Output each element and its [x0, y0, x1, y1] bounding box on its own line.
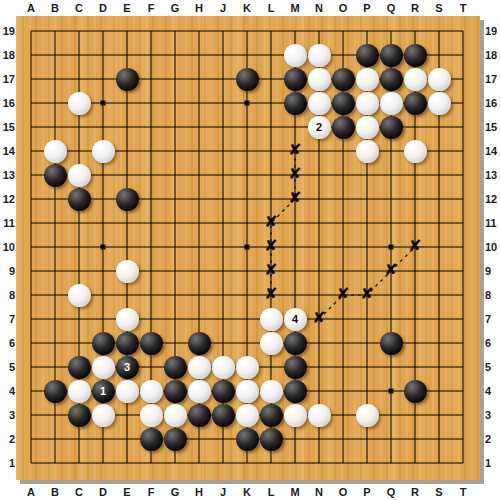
- point-L10[interactable]: ✘: [259, 235, 283, 259]
- point-C10[interactable]: [67, 235, 91, 259]
- point-E8[interactable]: [115, 283, 139, 307]
- point-O16[interactable]: [331, 91, 355, 115]
- point-H7[interactable]: [187, 307, 211, 331]
- point-O3[interactable]: [331, 403, 355, 427]
- point-R5[interactable]: [403, 355, 427, 379]
- point-M15[interactable]: [283, 115, 307, 139]
- point-S17[interactable]: [427, 67, 451, 91]
- point-F12[interactable]: [139, 187, 163, 211]
- point-S15[interactable]: [427, 115, 451, 139]
- point-D5[interactable]: [91, 355, 115, 379]
- point-P5[interactable]: [355, 355, 379, 379]
- point-H3[interactable]: [187, 403, 211, 427]
- point-A11[interactable]: [19, 211, 43, 235]
- point-G17[interactable]: [163, 67, 187, 91]
- point-N13[interactable]: [307, 163, 331, 187]
- point-C16[interactable]: [67, 91, 91, 115]
- point-A15[interactable]: [19, 115, 43, 139]
- point-M18[interactable]: [283, 43, 307, 67]
- point-H9[interactable]: [187, 259, 211, 283]
- point-O10[interactable]: [331, 235, 355, 259]
- point-T10[interactable]: [451, 235, 475, 259]
- point-A4[interactable]: [19, 379, 43, 403]
- point-P8[interactable]: ✘: [355, 283, 379, 307]
- point-J1[interactable]: [211, 451, 235, 475]
- point-G8[interactable]: [163, 283, 187, 307]
- point-B19[interactable]: [43, 19, 67, 43]
- point-D14[interactable]: [91, 139, 115, 163]
- point-T6[interactable]: [451, 331, 475, 355]
- point-E7[interactable]: [115, 307, 139, 331]
- point-B9[interactable]: [43, 259, 67, 283]
- point-C2[interactable]: [67, 427, 91, 451]
- point-S11[interactable]: [427, 211, 451, 235]
- point-J2[interactable]: [211, 427, 235, 451]
- point-R8[interactable]: [403, 283, 427, 307]
- point-B5[interactable]: [43, 355, 67, 379]
- point-E11[interactable]: [115, 211, 139, 235]
- point-F10[interactable]: [139, 235, 163, 259]
- point-C6[interactable]: [67, 331, 91, 355]
- point-T1[interactable]: [451, 451, 475, 475]
- point-L18[interactable]: [259, 43, 283, 67]
- point-N12[interactable]: [307, 187, 331, 211]
- point-D12[interactable]: [91, 187, 115, 211]
- point-J19[interactable]: [211, 19, 235, 43]
- point-N14[interactable]: [307, 139, 331, 163]
- point-K15[interactable]: [235, 115, 259, 139]
- point-E19[interactable]: [115, 19, 139, 43]
- point-T15[interactable]: [451, 115, 475, 139]
- point-D11[interactable]: [91, 211, 115, 235]
- point-R6[interactable]: [403, 331, 427, 355]
- point-M5[interactable]: [283, 355, 307, 379]
- point-D19[interactable]: [91, 19, 115, 43]
- point-O9[interactable]: [331, 259, 355, 283]
- point-M2[interactable]: [283, 427, 307, 451]
- point-O1[interactable]: [331, 451, 355, 475]
- point-A9[interactable]: [19, 259, 43, 283]
- point-C8[interactable]: [67, 283, 91, 307]
- point-F19[interactable]: [139, 19, 163, 43]
- point-N15[interactable]: 2: [307, 115, 331, 139]
- point-E9[interactable]: [115, 259, 139, 283]
- point-B11[interactable]: [43, 211, 67, 235]
- point-Q3[interactable]: [379, 403, 403, 427]
- point-B1[interactable]: [43, 451, 67, 475]
- point-E16[interactable]: [115, 91, 139, 115]
- point-P2[interactable]: [355, 427, 379, 451]
- point-E12[interactable]: [115, 187, 139, 211]
- point-K4[interactable]: [235, 379, 259, 403]
- point-N8[interactable]: [307, 283, 331, 307]
- point-Q16[interactable]: [379, 91, 403, 115]
- point-P10[interactable]: [355, 235, 379, 259]
- point-Q5[interactable]: [379, 355, 403, 379]
- point-B18[interactable]: [43, 43, 67, 67]
- point-H2[interactable]: [187, 427, 211, 451]
- point-T16[interactable]: [451, 91, 475, 115]
- point-F15[interactable]: [139, 115, 163, 139]
- point-E2[interactable]: [115, 427, 139, 451]
- point-L17[interactable]: [259, 67, 283, 91]
- point-H1[interactable]: [187, 451, 211, 475]
- point-N4[interactable]: [307, 379, 331, 403]
- point-B16[interactable]: [43, 91, 67, 115]
- point-A2[interactable]: [19, 427, 43, 451]
- point-H12[interactable]: [187, 187, 211, 211]
- point-F17[interactable]: [139, 67, 163, 91]
- point-G15[interactable]: [163, 115, 187, 139]
- point-K12[interactable]: [235, 187, 259, 211]
- point-Q7[interactable]: [379, 307, 403, 331]
- point-J6[interactable]: [211, 331, 235, 355]
- point-D8[interactable]: [91, 283, 115, 307]
- point-K17[interactable]: [235, 67, 259, 91]
- point-C12[interactable]: [67, 187, 91, 211]
- point-P15[interactable]: [355, 115, 379, 139]
- point-K19[interactable]: [235, 19, 259, 43]
- point-Q15[interactable]: [379, 115, 403, 139]
- point-R1[interactable]: [403, 451, 427, 475]
- point-G6[interactable]: [163, 331, 187, 355]
- point-K11[interactable]: [235, 211, 259, 235]
- point-J15[interactable]: [211, 115, 235, 139]
- point-K8[interactable]: [235, 283, 259, 307]
- point-M12[interactable]: ✘: [283, 187, 307, 211]
- point-M11[interactable]: [283, 211, 307, 235]
- point-M16[interactable]: [283, 91, 307, 115]
- point-F9[interactable]: [139, 259, 163, 283]
- point-T13[interactable]: [451, 163, 475, 187]
- point-S1[interactable]: [427, 451, 451, 475]
- point-J8[interactable]: [211, 283, 235, 307]
- point-O15[interactable]: [331, 115, 355, 139]
- point-F5[interactable]: [139, 355, 163, 379]
- point-D2[interactable]: [91, 427, 115, 451]
- point-L5[interactable]: [259, 355, 283, 379]
- point-E10[interactable]: [115, 235, 139, 259]
- point-T9[interactable]: [451, 259, 475, 283]
- point-B14[interactable]: [43, 139, 67, 163]
- point-R9[interactable]: [403, 259, 427, 283]
- point-G10[interactable]: [163, 235, 187, 259]
- point-D6[interactable]: [91, 331, 115, 355]
- point-R11[interactable]: [403, 211, 427, 235]
- point-Q1[interactable]: [379, 451, 403, 475]
- point-R16[interactable]: [403, 91, 427, 115]
- point-K10[interactable]: [235, 235, 259, 259]
- point-G18[interactable]: [163, 43, 187, 67]
- point-G11[interactable]: [163, 211, 187, 235]
- point-G4[interactable]: [163, 379, 187, 403]
- point-F8[interactable]: [139, 283, 163, 307]
- point-P14[interactable]: [355, 139, 379, 163]
- point-S16[interactable]: [427, 91, 451, 115]
- point-J7[interactable]: [211, 307, 235, 331]
- point-J17[interactable]: [211, 67, 235, 91]
- point-M14[interactable]: ✘: [283, 139, 307, 163]
- point-G16[interactable]: [163, 91, 187, 115]
- point-R17[interactable]: [403, 67, 427, 91]
- point-M17[interactable]: [283, 67, 307, 91]
- point-O13[interactable]: [331, 163, 355, 187]
- point-A8[interactable]: [19, 283, 43, 307]
- point-R15[interactable]: [403, 115, 427, 139]
- point-R2[interactable]: [403, 427, 427, 451]
- point-E5[interactable]: 3: [115, 355, 139, 379]
- point-L3[interactable]: [259, 403, 283, 427]
- point-B6[interactable]: [43, 331, 67, 355]
- point-A16[interactable]: [19, 91, 43, 115]
- point-F7[interactable]: [139, 307, 163, 331]
- point-B10[interactable]: [43, 235, 67, 259]
- point-A12[interactable]: [19, 187, 43, 211]
- point-P6[interactable]: [355, 331, 379, 355]
- point-A7[interactable]: [19, 307, 43, 331]
- point-K7[interactable]: [235, 307, 259, 331]
- point-F4[interactable]: [139, 379, 163, 403]
- point-N9[interactable]: [307, 259, 331, 283]
- point-D17[interactable]: [91, 67, 115, 91]
- point-P7[interactable]: [355, 307, 379, 331]
- point-G9[interactable]: [163, 259, 187, 283]
- point-L8[interactable]: ✘: [259, 283, 283, 307]
- point-R3[interactable]: [403, 403, 427, 427]
- point-A19[interactable]: [19, 19, 43, 43]
- point-T18[interactable]: [451, 43, 475, 67]
- point-B17[interactable]: [43, 67, 67, 91]
- point-A6[interactable]: [19, 331, 43, 355]
- point-P18[interactable]: [355, 43, 379, 67]
- point-E1[interactable]: [115, 451, 139, 475]
- point-C7[interactable]: [67, 307, 91, 331]
- point-L2[interactable]: [259, 427, 283, 451]
- point-L9[interactable]: ✘: [259, 259, 283, 283]
- point-P16[interactable]: [355, 91, 379, 115]
- point-R14[interactable]: [403, 139, 427, 163]
- point-Q10[interactable]: [379, 235, 403, 259]
- point-C5[interactable]: [67, 355, 91, 379]
- point-D3[interactable]: [91, 403, 115, 427]
- point-O4[interactable]: [331, 379, 355, 403]
- point-Q6[interactable]: [379, 331, 403, 355]
- point-F3[interactable]: [139, 403, 163, 427]
- point-O2[interactable]: [331, 427, 355, 451]
- point-A10[interactable]: [19, 235, 43, 259]
- point-S3[interactable]: [427, 403, 451, 427]
- point-L15[interactable]: [259, 115, 283, 139]
- point-T8[interactable]: [451, 283, 475, 307]
- point-L12[interactable]: [259, 187, 283, 211]
- point-P9[interactable]: [355, 259, 379, 283]
- point-S6[interactable]: [427, 331, 451, 355]
- point-M19[interactable]: [283, 19, 307, 43]
- point-K2[interactable]: [235, 427, 259, 451]
- point-K3[interactable]: [235, 403, 259, 427]
- point-S8[interactable]: [427, 283, 451, 307]
- point-P19[interactable]: [355, 19, 379, 43]
- point-Q11[interactable]: [379, 211, 403, 235]
- point-O14[interactable]: [331, 139, 355, 163]
- point-J9[interactable]: [211, 259, 235, 283]
- point-R13[interactable]: [403, 163, 427, 187]
- point-S5[interactable]: [427, 355, 451, 379]
- point-R12[interactable]: [403, 187, 427, 211]
- point-T19[interactable]: [451, 19, 475, 43]
- point-L16[interactable]: [259, 91, 283, 115]
- point-P4[interactable]: [355, 379, 379, 403]
- point-Q12[interactable]: [379, 187, 403, 211]
- point-M9[interactable]: [283, 259, 307, 283]
- point-K6[interactable]: [235, 331, 259, 355]
- point-E6[interactable]: [115, 331, 139, 355]
- point-Q2[interactable]: [379, 427, 403, 451]
- point-T11[interactable]: [451, 211, 475, 235]
- point-M6[interactable]: [283, 331, 307, 355]
- point-B8[interactable]: [43, 283, 67, 307]
- point-J18[interactable]: [211, 43, 235, 67]
- point-S13[interactable]: [427, 163, 451, 187]
- point-H5[interactable]: [187, 355, 211, 379]
- point-A5[interactable]: [19, 355, 43, 379]
- point-T17[interactable]: [451, 67, 475, 91]
- point-A1[interactable]: [19, 451, 43, 475]
- point-A17[interactable]: [19, 67, 43, 91]
- point-O5[interactable]: [331, 355, 355, 379]
- point-P1[interactable]: [355, 451, 379, 475]
- point-D9[interactable]: [91, 259, 115, 283]
- point-J10[interactable]: [211, 235, 235, 259]
- point-T7[interactable]: [451, 307, 475, 331]
- point-O17[interactable]: [331, 67, 355, 91]
- point-N10[interactable]: [307, 235, 331, 259]
- point-B4[interactable]: [43, 379, 67, 403]
- point-G14[interactable]: [163, 139, 187, 163]
- point-Q8[interactable]: [379, 283, 403, 307]
- point-D10[interactable]: [91, 235, 115, 259]
- point-F13[interactable]: [139, 163, 163, 187]
- point-N3[interactable]: [307, 403, 331, 427]
- point-G7[interactable]: [163, 307, 187, 331]
- point-G3[interactable]: [163, 403, 187, 427]
- point-K13[interactable]: [235, 163, 259, 187]
- point-H6[interactable]: [187, 331, 211, 355]
- point-N16[interactable]: [307, 91, 331, 115]
- point-K1[interactable]: [235, 451, 259, 475]
- point-H13[interactable]: [187, 163, 211, 187]
- point-C13[interactable]: [67, 163, 91, 187]
- point-L11[interactable]: ✘: [259, 211, 283, 235]
- point-H11[interactable]: [187, 211, 211, 235]
- point-M3[interactable]: [283, 403, 307, 427]
- point-C19[interactable]: [67, 19, 91, 43]
- point-C17[interactable]: [67, 67, 91, 91]
- point-N11[interactable]: [307, 211, 331, 235]
- point-J16[interactable]: [211, 91, 235, 115]
- point-R7[interactable]: [403, 307, 427, 331]
- point-J14[interactable]: [211, 139, 235, 163]
- point-Q17[interactable]: [379, 67, 403, 91]
- point-R18[interactable]: [403, 43, 427, 67]
- point-J11[interactable]: [211, 211, 235, 235]
- point-K16[interactable]: [235, 91, 259, 115]
- point-O12[interactable]: [331, 187, 355, 211]
- point-L19[interactable]: [259, 19, 283, 43]
- point-J3[interactable]: [211, 403, 235, 427]
- point-S12[interactable]: [427, 187, 451, 211]
- point-C11[interactable]: [67, 211, 91, 235]
- point-S18[interactable]: [427, 43, 451, 67]
- point-O6[interactable]: [331, 331, 355, 355]
- point-C15[interactable]: [67, 115, 91, 139]
- point-T12[interactable]: [451, 187, 475, 211]
- point-R4[interactable]: [403, 379, 427, 403]
- point-P3[interactable]: [355, 403, 379, 427]
- point-E4[interactable]: [115, 379, 139, 403]
- point-M13[interactable]: ✘: [283, 163, 307, 187]
- point-B7[interactable]: [43, 307, 67, 331]
- point-F18[interactable]: [139, 43, 163, 67]
- point-B3[interactable]: [43, 403, 67, 427]
- point-G2[interactable]: [163, 427, 187, 451]
- point-C3[interactable]: [67, 403, 91, 427]
- point-A14[interactable]: [19, 139, 43, 163]
- point-M8[interactable]: [283, 283, 307, 307]
- point-B12[interactable]: [43, 187, 67, 211]
- point-F2[interactable]: [139, 427, 163, 451]
- point-L6[interactable]: [259, 331, 283, 355]
- point-M4[interactable]: [283, 379, 307, 403]
- point-M7[interactable]: 4: [283, 307, 307, 331]
- point-D7[interactable]: [91, 307, 115, 331]
- point-E14[interactable]: [115, 139, 139, 163]
- point-G1[interactable]: [163, 451, 187, 475]
- point-E3[interactable]: [115, 403, 139, 427]
- point-T14[interactable]: [451, 139, 475, 163]
- point-S14[interactable]: [427, 139, 451, 163]
- point-F6[interactable]: [139, 331, 163, 355]
- point-L7[interactable]: [259, 307, 283, 331]
- point-A3[interactable]: [19, 403, 43, 427]
- point-N18[interactable]: [307, 43, 331, 67]
- point-M10[interactable]: [283, 235, 307, 259]
- point-C4[interactable]: [67, 379, 91, 403]
- point-M1[interactable]: [283, 451, 307, 475]
- point-E15[interactable]: [115, 115, 139, 139]
- point-S7[interactable]: [427, 307, 451, 331]
- point-G13[interactable]: [163, 163, 187, 187]
- point-F11[interactable]: [139, 211, 163, 235]
- point-H10[interactable]: [187, 235, 211, 259]
- point-P17[interactable]: [355, 67, 379, 91]
- point-H16[interactable]: [187, 91, 211, 115]
- point-H15[interactable]: [187, 115, 211, 139]
- point-Q4[interactable]: [379, 379, 403, 403]
- point-S9[interactable]: [427, 259, 451, 283]
- point-N19[interactable]: [307, 19, 331, 43]
- point-P12[interactable]: [355, 187, 379, 211]
- point-J12[interactable]: [211, 187, 235, 211]
- point-J4[interactable]: [211, 379, 235, 403]
- point-A18[interactable]: [19, 43, 43, 67]
- point-N1[interactable]: [307, 451, 331, 475]
- point-H8[interactable]: [187, 283, 211, 307]
- point-O11[interactable]: [331, 211, 355, 235]
- point-F16[interactable]: [139, 91, 163, 115]
- point-N17[interactable]: [307, 67, 331, 91]
- point-C14[interactable]: [67, 139, 91, 163]
